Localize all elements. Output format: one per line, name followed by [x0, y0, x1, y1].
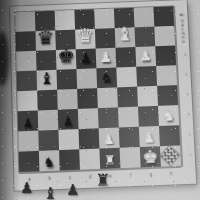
captured-black-piece: ♟ — [20, 181, 33, 196]
piece-black-B-b5: ♝ — [36, 66, 57, 87]
rank-label-7: 7 — [181, 33, 187, 37]
rank-label-5: 5 — [183, 73, 189, 77]
offboard-piece-shadow — [0, 32, 9, 86]
pieces-layer: ♛♝♟♟♞♟♟♜♚♛♚♟♝♞♟♟♞ — [15, 6, 181, 172]
piece-black-Q-b7: ♛ — [35, 26, 55, 46]
piece-white-P-g6: ♟ — [135, 43, 156, 63]
rank-label-2: 2 — [187, 133, 193, 137]
rank-label-6: 6 — [182, 53, 188, 57]
piece-white-B-f7: ♝ — [115, 23, 136, 43]
piece-black-N-e5: ♞ — [96, 64, 117, 85]
captured-black-piece: ♜ — [95, 172, 110, 189]
rank-label-1: 1 — [188, 153, 194, 157]
chess-board: ♛♝♟♟♞♟♟♜♚♛♚♟♝♞♟♟♞ abcdefgh ◆ DRUEKE 8765… — [10, 0, 196, 191]
rank-label-3: 3 — [185, 113, 191, 117]
chessboard-photo: ♛♝♟♟♞♟♟♜♚♛♚♟♝♞♟♟♞ abcdefgh ◆ DRUEKE 8765… — [0, 0, 200, 200]
piece-white-P-g2: ♟ — [139, 124, 160, 145]
piece-black-N-b1: ♞ — [39, 148, 60, 169]
rank-label-8: 8 — [180, 14, 186, 18]
piece-white-R-e1: ♜ — [99, 146, 120, 167]
board-frame: ♛♝♟♟♞♟♟♜♚♛♚♟♝♞♟♟♞ abcdefgh ◆ DRUEKE 8765… — [10, 0, 196, 191]
captured-black-piece: ♝ — [43, 186, 57, 200]
rank-label-4: 4 — [184, 93, 190, 97]
piece-white-N-h3: ♞ — [158, 102, 179, 123]
file-label-h: h — [161, 168, 182, 181]
piece-white-Q-d7: ♛ — [75, 25, 96, 45]
piece-black-K-c6: ♚ — [56, 46, 77, 67]
file-label-f: f — [121, 169, 142, 182]
captured-black-piece: ♟ — [66, 183, 79, 198]
piece-black-P-d6: ♟ — [76, 45, 97, 66]
piece-black-P-a3: ♟ — [18, 108, 39, 129]
file-label-g: g — [141, 169, 162, 182]
piece-white-P-e2: ♟ — [99, 125, 120, 146]
piece-black-P-c3: ♟ — [58, 106, 79, 127]
piece-white-P-e6: ♟ — [95, 44, 116, 64]
piece-white-K-g1: ♚ — [140, 144, 161, 165]
